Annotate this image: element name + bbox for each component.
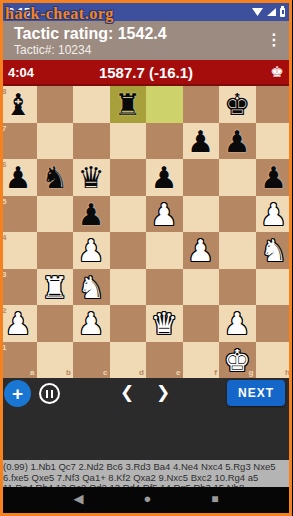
square-g6[interactable]: [219, 159, 256, 196]
recents-icon[interactable]: ■: [211, 492, 218, 506]
white-pawn: ♟: [256, 196, 293, 233]
square-c8[interactable]: [73, 86, 110, 123]
square-c5[interactable]: ♟: [73, 196, 110, 233]
square-g7[interactable]: ♟: [219, 123, 256, 160]
rank-label-5: 5: [2, 198, 6, 206]
black-knight: ♞: [37, 159, 74, 196]
next-move-button[interactable]: ❯: [156, 382, 170, 402]
square-b2[interactable]: [37, 305, 74, 342]
square-e4[interactable]: [146, 232, 183, 269]
black-rook: ♜: [110, 86, 147, 123]
square-d3[interactable]: [110, 269, 147, 306]
watermark-text: hack-cheat.org: [5, 5, 114, 23]
white-pawn: ♟: [73, 305, 110, 342]
white-pawn: ♟: [146, 196, 183, 233]
square-c1[interactable]: c: [73, 342, 110, 379]
chess-board[interactable]: 8♝♜♚7♟♟6♟♞♛♟♟5♟♟♟4♟♟♞3♜♞2♟♟♛♟1abcdefg♚h: [0, 86, 292, 378]
black-pawn: ♟: [219, 123, 256, 160]
square-d8[interactable]: ♜: [110, 86, 147, 123]
white-pawn: ♟: [183, 232, 220, 269]
square-c6[interactable]: ♛: [73, 159, 110, 196]
rank-label-3: 3: [2, 271, 6, 279]
square-c2[interactable]: ♟: [73, 305, 110, 342]
home-icon[interactable]: ●: [143, 492, 151, 506]
add-button[interactable]: +: [4, 380, 31, 407]
black-queen: ♛: [73, 159, 110, 196]
square-b7[interactable]: [37, 123, 74, 160]
black-pawn: ♟: [73, 196, 110, 233]
square-d7[interactable]: [110, 123, 147, 160]
white-pawn: ♟: [73, 232, 110, 269]
square-f5[interactable]: [183, 196, 220, 233]
file-label-h: h: [285, 369, 290, 377]
file-label-f: f: [214, 369, 217, 377]
square-e8[interactable]: [146, 86, 183, 123]
square-h7[interactable]: [256, 123, 293, 160]
battery-icon: [280, 8, 285, 17]
white-pawn: ♟: [219, 305, 256, 342]
square-a8[interactable]: 8♝: [0, 86, 37, 123]
square-a1[interactable]: 1a: [0, 342, 37, 379]
square-b6[interactable]: ♞: [37, 159, 74, 196]
file-label-c: c: [103, 369, 107, 377]
rank-label-4: 4: [2, 234, 6, 242]
square-f6[interactable]: [183, 159, 220, 196]
app-screen: 2:15 Tactic rating: 1542.4 Tactic#: 1023…: [0, 0, 292, 516]
square-d6[interactable]: [110, 159, 147, 196]
square-b4[interactable]: [37, 232, 74, 269]
square-f1[interactable]: f: [183, 342, 220, 379]
square-h2[interactable]: [256, 305, 293, 342]
wifi-icon: [252, 8, 263, 16]
file-label-d: d: [139, 369, 144, 377]
file-label-g: g: [249, 369, 254, 377]
square-e3[interactable]: [146, 269, 183, 306]
signal-icon: [267, 8, 276, 16]
square-c3[interactable]: ♞: [73, 269, 110, 306]
square-f3[interactable]: [183, 269, 220, 306]
square-h5[interactable]: ♟: [256, 196, 293, 233]
prev-move-button[interactable]: ❮: [120, 382, 134, 402]
square-f2[interactable]: [183, 305, 220, 342]
overflow-menu-icon[interactable]: ⋮: [266, 29, 282, 51]
timer-bar: 4:04 1587.7 (-16.1) ♚: [0, 60, 292, 86]
square-h4[interactable]: ♞: [256, 232, 293, 269]
black-pawn: ♟: [183, 123, 220, 160]
square-b8[interactable]: [37, 86, 74, 123]
rank-label-1: 1: [2, 344, 6, 352]
square-a3[interactable]: 3: [0, 269, 37, 306]
square-g2[interactable]: ♟: [219, 305, 256, 342]
square-e2[interactable]: ♛: [146, 305, 183, 342]
file-label-b: b: [66, 369, 71, 377]
black-pawn: ♟: [256, 159, 293, 196]
square-d2[interactable]: [110, 305, 147, 342]
android-nav-bar: ◀ ● ■: [0, 487, 292, 516]
square-d4[interactable]: [110, 232, 147, 269]
square-e5[interactable]: ♟: [146, 196, 183, 233]
white-queen: ♛: [146, 305, 183, 342]
file-label-e: e: [176, 369, 180, 377]
square-b5[interactable]: [37, 196, 74, 233]
square-e6[interactable]: ♟: [146, 159, 183, 196]
square-b3[interactable]: ♜: [37, 269, 74, 306]
square-f7[interactable]: ♟: [183, 123, 220, 160]
file-label-a: a: [30, 369, 34, 377]
app-bar: Tactic rating: 1542.4 Tactic#: 10234 ⋮: [0, 21, 292, 60]
white-rook: ♜: [37, 269, 74, 306]
square-d1[interactable]: d: [110, 342, 147, 379]
square-a5[interactable]: 5: [0, 196, 37, 233]
tactic-number: Tactic#: 10234: [14, 43, 292, 57]
white-knight: ♞: [73, 269, 110, 306]
back-icon[interactable]: ◀: [73, 492, 83, 506]
square-c7[interactable]: [73, 123, 110, 160]
control-panel: + ❮ ❯ NEXT: [0, 378, 292, 460]
white-knight: ♞: [256, 232, 293, 269]
square-e1[interactable]: e: [146, 342, 183, 379]
elapsed-time: 4:04: [8, 65, 56, 80]
square-h1[interactable]: h: [256, 342, 293, 379]
black-pawn: ♟: [146, 159, 183, 196]
square-g1[interactable]: g♚: [219, 342, 256, 379]
square-a4[interactable]: 4: [0, 232, 37, 269]
move-line-2: 6.fxe5 Qxe5 7.Nf3 Qa1+ 8.Kf2 Qxa2 9.Nxc5…: [3, 473, 289, 484]
next-tactic-button[interactable]: NEXT: [227, 380, 285, 406]
rank-label-7: 7: [2, 125, 6, 133]
side-to-move-king-icon: ♚: [236, 63, 284, 81]
square-a7[interactable]: 7: [0, 123, 37, 160]
status-icons: [252, 8, 285, 17]
rank-label-6: 6: [2, 161, 6, 169]
square-g5[interactable]: [219, 196, 256, 233]
move-line-1: (0.99) 1.Nb1 Qc7 2.Nd2 Bc6 3.Rd3 Ba4 4.N…: [3, 462, 289, 473]
tactic-rating-title: Tactic rating: 1542.4: [14, 24, 292, 43]
square-h8[interactable]: [256, 86, 293, 123]
square-g8[interactable]: ♚: [219, 86, 256, 123]
rank-label-2: 2: [2, 307, 6, 315]
square-h6[interactable]: ♟: [256, 159, 293, 196]
square-a2[interactable]: 2♟: [0, 305, 37, 342]
square-f8[interactable]: [183, 86, 220, 123]
square-e7[interactable]: [146, 123, 183, 160]
rank-label-8: 8: [2, 88, 6, 96]
square-d5[interactable]: [110, 196, 147, 233]
square-f4[interactable]: ♟: [183, 232, 220, 269]
rating-change: 1587.7 (-16.1): [56, 64, 236, 81]
pause-button[interactable]: [39, 383, 60, 404]
analysis-move-list[interactable]: (0.99) 1.Nb1 Qc7 2.Nd2 Bc6 3.Rd3 Ba4 4.N…: [0, 460, 292, 487]
square-h3[interactable]: [256, 269, 293, 306]
square-a6[interactable]: 6♟: [0, 159, 37, 196]
square-c4[interactable]: ♟: [73, 232, 110, 269]
black-king: ♚: [219, 86, 256, 123]
square-g4[interactable]: [219, 232, 256, 269]
square-g3[interactable]: [219, 269, 256, 306]
square-b1[interactable]: b: [37, 342, 74, 379]
